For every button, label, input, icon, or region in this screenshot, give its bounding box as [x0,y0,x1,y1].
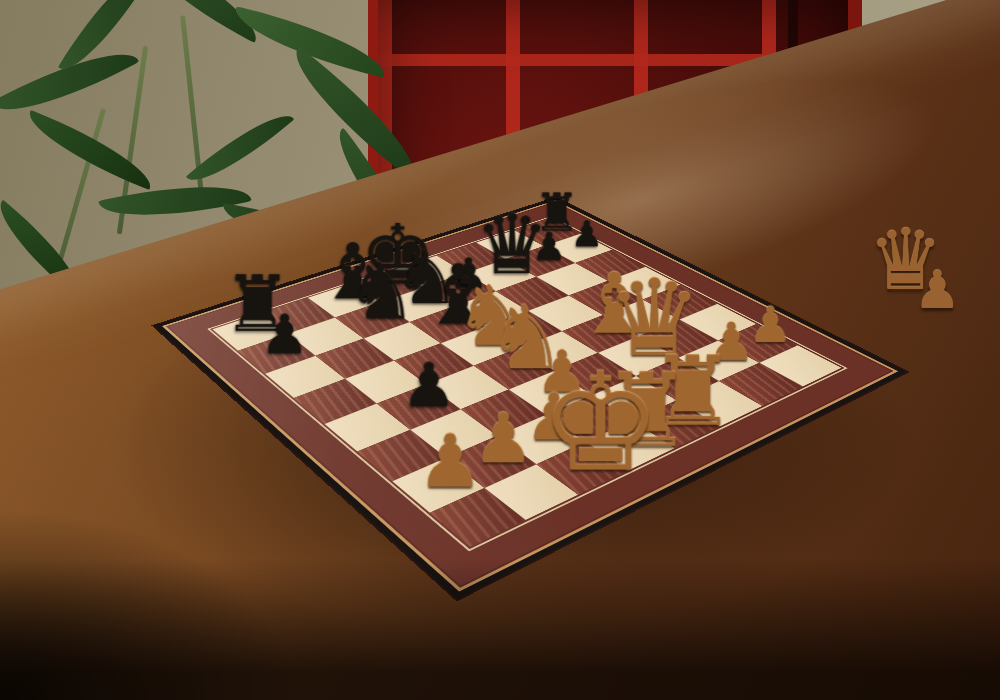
black-pawn-glyph: ♟ [571,217,603,253]
floor-dark-corner [0,510,300,700]
black-pawn-glyph: ♟ [402,355,457,416]
offboard-white-pawn[interactable]: ♟ [914,264,961,316]
white-pawn-glyph: ♟ [417,424,483,497]
white-king-glyph: ♚ [540,355,662,491]
black-pawn-glyph: ♟ [260,307,308,361]
white-pawn-glyph: ♟ [748,301,792,350]
black-knight-glyph: ♞ [347,253,417,331]
